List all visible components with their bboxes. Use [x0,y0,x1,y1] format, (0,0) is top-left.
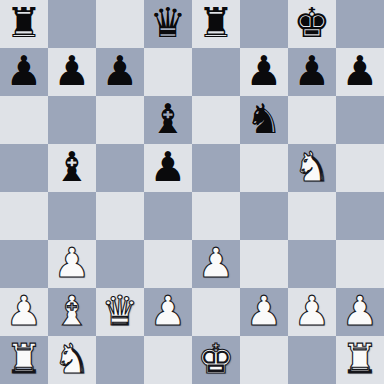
square-h6[interactable] [336,96,384,144]
square-c5[interactable] [96,144,144,192]
square-a8[interactable]: ♜ [0,0,48,48]
piece-black-pawn[interactable]: ♟ [102,48,139,95]
piece-black-rook[interactable]: ♜ [6,0,43,47]
square-b4[interactable] [48,192,96,240]
piece-black-pawn[interactable]: ♟ [246,48,283,95]
piece-white-rook[interactable]: ♜ [6,336,43,383]
piece-black-knight[interactable]: ♞ [246,96,283,143]
square-b3[interactable]: ♟ [48,240,96,288]
square-d3[interactable] [144,240,192,288]
square-f5[interactable] [240,144,288,192]
square-d4[interactable] [144,192,192,240]
piece-black-pawn[interactable]: ♟ [294,48,331,95]
piece-white-rook[interactable]: ♜ [342,336,379,383]
square-f4[interactable] [240,192,288,240]
square-e1[interactable]: ♚ [192,336,240,384]
piece-black-pawn[interactable]: ♟ [6,48,43,95]
square-d2[interactable]: ♟ [144,288,192,336]
square-c8[interactable] [96,0,144,48]
piece-white-pawn[interactable]: ♟ [246,288,283,335]
square-e5[interactable] [192,144,240,192]
piece-white-queen[interactable]: ♛ [102,288,139,335]
square-d5[interactable]: ♟ [144,144,192,192]
square-d8[interactable]: ♛ [144,0,192,48]
square-d6[interactable]: ♝ [144,96,192,144]
piece-black-bishop[interactable]: ♝ [54,144,91,191]
square-g1[interactable] [288,336,336,384]
square-a4[interactable] [0,192,48,240]
piece-white-pawn[interactable]: ♟ [294,288,331,335]
square-g6[interactable] [288,96,336,144]
square-h7[interactable]: ♟ [336,48,384,96]
square-f6[interactable]: ♞ [240,96,288,144]
piece-white-bishop[interactable]: ♝ [54,288,91,335]
square-e2[interactable] [192,288,240,336]
square-c3[interactable] [96,240,144,288]
square-b5[interactable]: ♝ [48,144,96,192]
square-b7[interactable]: ♟ [48,48,96,96]
square-b2[interactable]: ♝ [48,288,96,336]
square-d7[interactable] [144,48,192,96]
piece-white-knight[interactable]: ♞ [54,336,91,383]
square-c6[interactable] [96,96,144,144]
square-a1[interactable]: ♜ [0,336,48,384]
square-g4[interactable] [288,192,336,240]
square-h4[interactable] [336,192,384,240]
piece-black-pawn[interactable]: ♟ [342,48,379,95]
square-f8[interactable] [240,0,288,48]
piece-white-knight[interactable]: ♞ [294,144,331,191]
square-e3[interactable]: ♟ [192,240,240,288]
piece-black-pawn[interactable]: ♟ [54,48,91,95]
square-e4[interactable] [192,192,240,240]
square-c2[interactable]: ♛ [96,288,144,336]
square-h2[interactable]: ♟ [336,288,384,336]
square-a6[interactable] [0,96,48,144]
chess-board: ♜♛♜♚♟♟♟♟♟♟♝♞♝♟♞♟♟♟♝♛♟♟♟♟♜♞♚♜ [0,0,384,384]
square-e8[interactable]: ♜ [192,0,240,48]
square-b6[interactable] [48,96,96,144]
square-g8[interactable]: ♚ [288,0,336,48]
square-g5[interactable]: ♞ [288,144,336,192]
piece-white-king[interactable]: ♚ [198,336,235,383]
square-h8[interactable] [336,0,384,48]
square-f2[interactable]: ♟ [240,288,288,336]
square-c1[interactable] [96,336,144,384]
square-a3[interactable] [0,240,48,288]
square-g7[interactable]: ♟ [288,48,336,96]
square-c7[interactable]: ♟ [96,48,144,96]
piece-black-rook[interactable]: ♜ [198,0,235,47]
square-h5[interactable] [336,144,384,192]
square-a2[interactable]: ♟ [0,288,48,336]
piece-black-king[interactable]: ♚ [294,0,331,47]
square-e6[interactable] [192,96,240,144]
piece-black-bishop[interactable]: ♝ [150,96,187,143]
square-g3[interactable] [288,240,336,288]
piece-black-queen[interactable]: ♛ [150,0,187,47]
piece-white-pawn[interactable]: ♟ [198,240,235,287]
square-c4[interactable] [96,192,144,240]
square-h1[interactable]: ♜ [336,336,384,384]
piece-white-pawn[interactable]: ♟ [150,288,187,335]
square-g2[interactable]: ♟ [288,288,336,336]
square-b1[interactable]: ♞ [48,336,96,384]
square-a7[interactable]: ♟ [0,48,48,96]
piece-white-pawn[interactable]: ♟ [342,288,379,335]
square-a5[interactable] [0,144,48,192]
square-h3[interactable] [336,240,384,288]
piece-white-pawn[interactable]: ♟ [54,240,91,287]
square-e7[interactable] [192,48,240,96]
square-f3[interactable] [240,240,288,288]
piece-black-pawn[interactable]: ♟ [150,144,187,191]
square-d1[interactable] [144,336,192,384]
square-f1[interactable] [240,336,288,384]
square-f7[interactable]: ♟ [240,48,288,96]
square-b8[interactable] [48,0,96,48]
piece-white-pawn[interactable]: ♟ [6,288,43,335]
